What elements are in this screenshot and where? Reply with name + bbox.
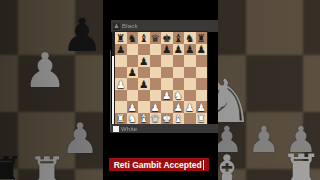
square-b4[interactable] xyxy=(127,78,139,90)
square-g6[interactable] xyxy=(184,55,196,67)
square-e2[interactable] xyxy=(161,101,173,113)
square-e6[interactable] xyxy=(161,55,173,67)
square-f3[interactable]: ♞ xyxy=(173,90,185,102)
black-knight[interactable]: ♞ xyxy=(128,33,137,44)
square-g8[interactable]: ♞ xyxy=(184,32,196,44)
square-b7[interactable] xyxy=(127,44,139,56)
square-h4[interactable] xyxy=(196,78,208,90)
white-knight[interactable]: ♞ xyxy=(128,113,137,124)
square-h1[interactable]: ♜ xyxy=(196,113,208,125)
black-pawn[interactable]: ♟ xyxy=(197,44,206,55)
black-pawn[interactable]: ♟ xyxy=(185,44,194,55)
square-e4[interactable] xyxy=(161,78,173,90)
square-g1[interactable] xyxy=(184,113,196,125)
white-pawn[interactable]: ♟ xyxy=(174,102,183,113)
opening-caption-banner: Reti Gambit Accepted xyxy=(109,158,209,171)
white-bishop[interactable]: ♝ xyxy=(174,113,183,124)
square-g4[interactable] xyxy=(184,78,196,90)
black-pawn[interactable]: ♟ xyxy=(162,44,171,55)
white-bishop[interactable]: ♝ xyxy=(139,113,148,124)
black-pawn[interactable]: ♟ xyxy=(128,67,137,78)
square-a4[interactable]: ♟ xyxy=(115,78,127,90)
bottom-player-bar: White xyxy=(111,124,218,133)
square-h5[interactable] xyxy=(196,67,208,79)
scrollbar-line[interactable] xyxy=(110,50,111,132)
square-a2[interactable] xyxy=(115,101,127,113)
black-pawn[interactable]: ♟ xyxy=(174,44,183,55)
white-player-name: White xyxy=(121,126,137,132)
square-b3[interactable] xyxy=(127,90,139,102)
black-player-name: Black xyxy=(122,23,138,29)
square-d6[interactable] xyxy=(150,55,162,67)
square-c1[interactable]: ♝ xyxy=(138,113,150,125)
square-a3[interactable] xyxy=(115,90,127,102)
square-b6[interactable] xyxy=(127,55,139,67)
square-f2[interactable]: ♟ xyxy=(173,101,185,113)
square-h8[interactable]: ♜ xyxy=(196,32,208,44)
white-rook[interactable]: ♜ xyxy=(116,113,125,124)
square-g7[interactable]: ♟ xyxy=(184,44,196,56)
square-a6[interactable] xyxy=(115,55,127,67)
square-c6[interactable]: ♟ xyxy=(138,55,150,67)
square-b2[interactable]: ♟ xyxy=(127,101,139,113)
black-bishop[interactable]: ♝ xyxy=(174,33,183,44)
board[interactable]: ♜♞♝♛♚♝♞♜♟♟♟♟♟♟♟♟♟♟♞♟♟♟♟♟♜♞♝♛♚♝♜ xyxy=(115,32,207,124)
white-pawn[interactable]: ♟ xyxy=(116,79,125,90)
black-pawn[interactable]: ♟ xyxy=(116,44,125,55)
white-pawn[interactable]: ♟ xyxy=(128,102,137,113)
white-pawn[interactable]: ♟ xyxy=(185,102,194,113)
white-pawn[interactable]: ♟ xyxy=(151,102,160,113)
black-bishop[interactable]: ♝ xyxy=(139,33,148,44)
square-c4[interactable]: ♟ xyxy=(138,78,150,90)
square-e8[interactable]: ♚ xyxy=(161,32,173,44)
black-knight[interactable]: ♞ xyxy=(185,33,194,44)
square-f6[interactable] xyxy=(173,55,185,67)
white-knight[interactable]: ♞ xyxy=(174,90,183,101)
square-c3[interactable] xyxy=(138,90,150,102)
square-e1[interactable]: ♚ xyxy=(161,113,173,125)
white-pawn[interactable]: ♟ xyxy=(197,102,206,113)
black-player-avatar: ♟ xyxy=(113,23,120,30)
square-a1[interactable]: ♜ xyxy=(115,113,127,125)
short-video-frame: ♟♟♟♜♜♞♟♟♟♝♜ ♟ Black ♜♞♝♛♚♝♞♜♟♟♟♟♟♟♟♟♟♟♞♟… xyxy=(0,0,320,180)
white-pawn[interactable]: ♟ xyxy=(162,90,171,101)
square-f4[interactable] xyxy=(173,78,185,90)
square-d3[interactable] xyxy=(150,90,162,102)
square-f5[interactable] xyxy=(173,67,185,79)
square-b1[interactable]: ♞ xyxy=(127,113,139,125)
square-d5[interactable] xyxy=(150,67,162,79)
square-f7[interactable]: ♟ xyxy=(173,44,185,56)
square-b5[interactable]: ♟ xyxy=(127,67,139,79)
opening-name: Reti Gambit Accepted xyxy=(114,160,202,170)
square-g2[interactable]: ♟ xyxy=(184,101,196,113)
square-f8[interactable]: ♝ xyxy=(173,32,185,44)
square-d1[interactable]: ♛ xyxy=(150,113,162,125)
square-c5[interactable] xyxy=(138,67,150,79)
square-a7[interactable]: ♟ xyxy=(115,44,127,56)
square-h2[interactable]: ♟ xyxy=(196,101,208,113)
square-h6[interactable] xyxy=(196,55,208,67)
square-d7[interactable] xyxy=(150,44,162,56)
white-rook[interactable]: ♜ xyxy=(197,113,206,124)
square-d2[interactable]: ♟ xyxy=(150,101,162,113)
square-c8[interactable]: ♝ xyxy=(138,32,150,44)
white-player-avatar xyxy=(113,126,119,132)
black-pawn[interactable]: ♟ xyxy=(139,79,148,90)
square-e3[interactable]: ♟ xyxy=(161,90,173,102)
square-h3[interactable] xyxy=(196,90,208,102)
black-rook[interactable]: ♜ xyxy=(116,33,125,44)
black-queen[interactable]: ♛ xyxy=(151,33,160,44)
square-a5[interactable] xyxy=(115,67,127,79)
square-g3[interactable] xyxy=(184,90,196,102)
square-d8[interactable]: ♛ xyxy=(150,32,162,44)
square-c2[interactable] xyxy=(138,101,150,113)
square-a8[interactable]: ♜ xyxy=(115,32,127,44)
square-e7[interactable]: ♟ xyxy=(161,44,173,56)
square-g5[interactable] xyxy=(184,67,196,79)
square-h7[interactable]: ♟ xyxy=(196,44,208,56)
square-b8[interactable]: ♞ xyxy=(127,32,139,44)
black-king[interactable]: ♚ xyxy=(162,33,171,44)
black-pawn[interactable]: ♟ xyxy=(139,56,148,67)
square-f1[interactable]: ♝ xyxy=(173,113,185,125)
caption-cursor xyxy=(203,160,205,170)
square-e5[interactable] xyxy=(161,67,173,79)
white-queen[interactable]: ♛ xyxy=(151,113,160,124)
top-player-bar: ♟ Black xyxy=(111,20,218,32)
square-c7[interactable] xyxy=(138,44,150,56)
white-king[interactable]: ♚ xyxy=(162,113,171,124)
square-d4[interactable] xyxy=(150,78,162,90)
black-rook[interactable]: ♜ xyxy=(197,33,206,44)
